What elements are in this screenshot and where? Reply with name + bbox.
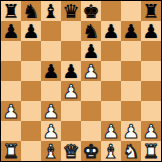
square-b8[interactable]: ♞ (21, 1, 41, 21)
square-b3[interactable] (21, 101, 41, 121)
piece-white-pawn[interactable]: ♟ (62, 81, 79, 101)
square-f2[interactable]: ♟ (101, 121, 121, 141)
piece-white-rook[interactable]: ♜ (142, 141, 159, 161)
square-e2[interactable] (81, 121, 101, 141)
square-c8[interactable]: ♝ (41, 1, 61, 21)
piece-white-pawn[interactable]: ♟ (42, 101, 59, 121)
piece-white-pawn[interactable]: ♟ (82, 61, 99, 81)
square-d4[interactable]: ♟ (61, 81, 81, 101)
square-h4[interactable] (141, 81, 161, 101)
square-b1[interactable] (21, 141, 41, 161)
square-e3[interactable] (81, 101, 101, 121)
square-h2[interactable]: ♟ (141, 121, 161, 141)
square-g7[interactable]: ♟ (121, 21, 141, 41)
square-a4[interactable] (1, 81, 21, 101)
piece-white-pawn[interactable]: ♟ (142, 121, 159, 141)
square-d7[interactable] (61, 21, 81, 41)
square-d2[interactable] (61, 121, 81, 141)
square-f5[interactable] (101, 61, 121, 81)
square-a8[interactable]: ♜ (1, 1, 21, 21)
square-b4[interactable] (21, 81, 41, 101)
square-e4[interactable] (81, 81, 101, 101)
piece-black-pawn[interactable]: ♟ (22, 21, 39, 41)
square-h7[interactable]: ♟ (141, 21, 161, 41)
piece-white-bishop[interactable]: ♝ (42, 141, 59, 161)
square-g6[interactable] (121, 41, 141, 61)
square-f7[interactable]: ♟ (101, 21, 121, 41)
piece-black-knight[interactable]: ♞ (82, 21, 99, 41)
square-e5[interactable]: ♟ (81, 61, 101, 81)
piece-black-rook[interactable]: ♜ (2, 1, 19, 21)
square-f1[interactable]: ♝ (101, 141, 121, 161)
piece-white-pawn[interactable]: ♟ (42, 121, 59, 141)
square-e6[interactable]: ♟ (81, 41, 101, 61)
piece-black-knight[interactable]: ♞ (22, 1, 39, 21)
square-h8[interactable]: ♜ (141, 1, 161, 21)
piece-black-king[interactable]: ♚ (82, 1, 99, 21)
square-a3[interactable]: ♟ (1, 101, 21, 121)
piece-white-knight[interactable]: ♞ (122, 141, 139, 161)
square-a5[interactable] (1, 61, 21, 81)
square-b6[interactable] (21, 41, 41, 61)
piece-white-pawn[interactable]: ♟ (2, 101, 19, 121)
square-a1[interactable]: ♜ (1, 141, 21, 161)
piece-black-pawn[interactable]: ♟ (42, 61, 59, 81)
square-e8[interactable]: ♚ (81, 1, 101, 21)
square-f4[interactable] (101, 81, 121, 101)
square-c6[interactable] (41, 41, 61, 61)
square-c7[interactable] (41, 21, 61, 41)
square-g5[interactable] (121, 61, 141, 81)
square-e7[interactable]: ♞ (81, 21, 101, 41)
piece-black-pawn[interactable]: ♟ (82, 41, 99, 61)
square-e1[interactable]: ♚ (81, 141, 101, 161)
piece-white-pawn[interactable]: ♟ (102, 121, 119, 141)
square-c4[interactable] (41, 81, 61, 101)
square-d8[interactable]: ♛ (61, 1, 81, 21)
piece-black-pawn[interactable]: ♟ (142, 21, 159, 41)
piece-black-pawn[interactable]: ♟ (122, 21, 139, 41)
square-b7[interactable]: ♟ (21, 21, 41, 41)
square-c3[interactable]: ♟ (41, 101, 61, 121)
square-g2[interactable]: ♟ (121, 121, 141, 141)
square-a2[interactable] (1, 121, 21, 141)
square-h1[interactable]: ♜ (141, 141, 161, 161)
square-g1[interactable]: ♞ (121, 141, 141, 161)
square-c2[interactable]: ♟ (41, 121, 61, 141)
square-f6[interactable] (101, 41, 121, 61)
square-d3[interactable] (61, 101, 81, 121)
square-a6[interactable] (1, 41, 21, 61)
chess-board: ♜♞♝♛♚♜♟♟♞♟♟♟♟♟♟♟♟♟♟♟♟♟♟♜♝♛♚♝♞♜ (0, 0, 162, 162)
piece-white-rook[interactable]: ♜ (2, 141, 19, 161)
piece-black-pawn[interactable]: ♟ (102, 21, 119, 41)
square-d6[interactable] (61, 41, 81, 61)
square-g4[interactable] (121, 81, 141, 101)
square-a7[interactable]: ♟ (1, 21, 21, 41)
square-c5[interactable]: ♟ (41, 61, 61, 81)
square-b5[interactable] (21, 61, 41, 81)
piece-black-queen[interactable]: ♛ (62, 1, 79, 21)
piece-black-rook[interactable]: ♜ (142, 1, 159, 21)
square-d5[interactable]: ♟ (61, 61, 81, 81)
square-c1[interactable]: ♝ (41, 141, 61, 161)
square-h3[interactable] (141, 101, 161, 121)
square-d1[interactable]: ♛ (61, 141, 81, 161)
piece-black-bishop[interactable]: ♝ (42, 1, 59, 21)
square-h6[interactable] (141, 41, 161, 61)
square-b2[interactable] (21, 121, 41, 141)
piece-white-queen[interactable]: ♛ (62, 141, 79, 161)
piece-white-pawn[interactable]: ♟ (122, 121, 139, 141)
square-f8[interactable] (101, 1, 121, 21)
piece-white-bishop[interactable]: ♝ (102, 141, 119, 161)
piece-black-pawn[interactable]: ♟ (2, 21, 19, 41)
square-h5[interactable] (141, 61, 161, 81)
piece-black-pawn[interactable]: ♟ (62, 61, 79, 81)
square-g3[interactable] (121, 101, 141, 121)
piece-white-king[interactable]: ♚ (82, 141, 99, 161)
square-g8[interactable] (121, 1, 141, 21)
square-f3[interactable] (101, 101, 121, 121)
